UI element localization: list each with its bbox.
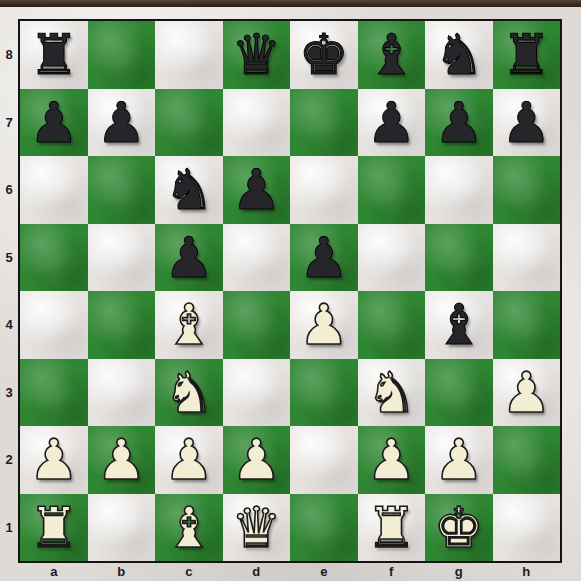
square-b1[interactable] <box>88 494 156 562</box>
square-e2[interactable] <box>290 426 358 494</box>
piece-white-pawn[interactable]: ♟ <box>434 426 484 494</box>
square-a3[interactable] <box>20 359 88 427</box>
file-label-f: f <box>358 562 426 581</box>
piece-white-queen[interactable]: ♛ <box>231 494 281 562</box>
square-e3[interactable] <box>290 359 358 427</box>
piece-black-rook[interactable]: ♜ <box>501 21 551 89</box>
file-label-h: h <box>493 562 561 581</box>
square-f3[interactable]: ♞ <box>358 359 426 427</box>
square-b2[interactable]: ♟ <box>88 426 156 494</box>
square-f8[interactable]: ♝ <box>358 21 426 89</box>
piece-black-knight[interactable]: ♞ <box>164 156 214 224</box>
square-a7[interactable]: ♟ <box>20 89 88 157</box>
board-frame: ♜♛♚♝♞♜♟♟♟♟♟♞♟♟♟♝♟♝♞♞♟♟♟♟♟♟♟♜♝♛♜♚ <box>18 19 562 563</box>
square-d4[interactable] <box>223 291 291 359</box>
square-g8[interactable]: ♞ <box>425 21 493 89</box>
square-d1[interactable]: ♛ <box>223 494 291 562</box>
rank-label-8: 8 <box>0 21 18 89</box>
piece-white-pawn[interactable]: ♟ <box>366 426 416 494</box>
square-f4[interactable] <box>358 291 426 359</box>
square-f6[interactable] <box>358 156 426 224</box>
chess-app-window: { "game": "chess", "position": { "fen": … <box>0 0 581 581</box>
square-c5[interactable]: ♟ <box>155 224 223 292</box>
file-labels: abcdefgh <box>20 562 560 581</box>
square-a8[interactable]: ♜ <box>20 21 88 89</box>
square-a5[interactable] <box>20 224 88 292</box>
piece-black-rook[interactable]: ♜ <box>29 21 79 89</box>
square-f2[interactable]: ♟ <box>358 426 426 494</box>
square-b3[interactable] <box>88 359 156 427</box>
square-g5[interactable] <box>425 224 493 292</box>
rank-label-1: 1 <box>0 494 18 562</box>
square-g2[interactable]: ♟ <box>425 426 493 494</box>
piece-white-bishop[interactable]: ♝ <box>164 494 214 562</box>
piece-black-pawn[interactable]: ♟ <box>96 89 146 157</box>
square-f5[interactable] <box>358 224 426 292</box>
file-label-a: a <box>20 562 88 581</box>
square-b4[interactable] <box>88 291 156 359</box>
square-c4[interactable]: ♝ <box>155 291 223 359</box>
square-c2[interactable]: ♟ <box>155 426 223 494</box>
piece-white-king[interactable]: ♚ <box>434 494 484 562</box>
piece-black-pawn[interactable]: ♟ <box>366 89 416 157</box>
file-label-c: c <box>155 562 223 581</box>
rank-labels: 87654321 <box>0 21 18 561</box>
square-a2[interactable]: ♟ <box>20 426 88 494</box>
rank-label-7: 7 <box>0 89 18 157</box>
rank-label-4: 4 <box>0 291 18 359</box>
square-a1[interactable]: ♜ <box>20 494 88 562</box>
rank-label-2: 2 <box>0 426 18 494</box>
piece-black-queen[interactable]: ♛ <box>231 21 281 89</box>
square-a4[interactable] <box>20 291 88 359</box>
square-b7[interactable]: ♟ <box>88 89 156 157</box>
square-e5[interactable]: ♟ <box>290 224 358 292</box>
square-d6[interactable]: ♟ <box>223 156 291 224</box>
piece-black-pawn[interactable]: ♟ <box>29 89 79 157</box>
square-f1[interactable]: ♜ <box>358 494 426 562</box>
square-a6[interactable] <box>20 156 88 224</box>
square-g1[interactable]: ♚ <box>425 494 493 562</box>
piece-white-knight[interactable]: ♞ <box>164 359 214 427</box>
piece-black-pawn[interactable]: ♟ <box>434 89 484 157</box>
piece-black-king[interactable]: ♚ <box>299 21 349 89</box>
piece-white-pawn[interactable]: ♟ <box>231 426 281 494</box>
square-b6[interactable] <box>88 156 156 224</box>
square-c8[interactable] <box>155 21 223 89</box>
square-h1[interactable] <box>493 494 561 562</box>
square-e7[interactable] <box>290 89 358 157</box>
file-label-g: g <box>425 562 493 581</box>
piece-black-bishop[interactable]: ♝ <box>366 21 416 89</box>
square-g7[interactable]: ♟ <box>425 89 493 157</box>
square-b8[interactable] <box>88 21 156 89</box>
square-g4[interactable]: ♝ <box>425 291 493 359</box>
square-g3[interactable] <box>425 359 493 427</box>
square-d3[interactable] <box>223 359 291 427</box>
square-d7[interactable] <box>223 89 291 157</box>
square-h2[interactable] <box>493 426 561 494</box>
square-c7[interactable] <box>155 89 223 157</box>
square-h6[interactable] <box>493 156 561 224</box>
square-h8[interactable]: ♜ <box>493 21 561 89</box>
rank-label-3: 3 <box>0 359 18 427</box>
piece-black-pawn[interactable]: ♟ <box>299 224 349 292</box>
piece-white-pawn[interactable]: ♟ <box>96 426 146 494</box>
file-label-d: d <box>223 562 291 581</box>
rank-label-5: 5 <box>0 224 18 292</box>
rank-label-6: 6 <box>0 156 18 224</box>
square-g6[interactable] <box>425 156 493 224</box>
window-top-strip <box>0 0 581 7</box>
square-h3[interactable]: ♟ <box>493 359 561 427</box>
square-d5[interactable] <box>223 224 291 292</box>
piece-white-rook[interactable]: ♜ <box>29 494 79 562</box>
square-f7[interactable]: ♟ <box>358 89 426 157</box>
square-h5[interactable] <box>493 224 561 292</box>
piece-black-pawn[interactable]: ♟ <box>231 156 281 224</box>
file-label-e: e <box>290 562 358 581</box>
file-label-b: b <box>88 562 156 581</box>
chess-board: ♜♛♚♝♞♜♟♟♟♟♟♞♟♟♟♝♟♝♞♞♟♟♟♟♟♟♟♜♝♛♜♚ <box>20 21 560 561</box>
square-h4[interactable] <box>493 291 561 359</box>
piece-black-pawn[interactable]: ♟ <box>501 89 551 157</box>
square-c1[interactable]: ♝ <box>155 494 223 562</box>
piece-white-pawn[interactable]: ♟ <box>501 359 551 427</box>
square-e6[interactable] <box>290 156 358 224</box>
piece-white-pawn[interactable]: ♟ <box>164 426 214 494</box>
piece-black-bishop[interactable]: ♝ <box>434 291 484 359</box>
piece-black-knight[interactable]: ♞ <box>434 21 484 89</box>
piece-white-pawn[interactable]: ♟ <box>29 426 79 494</box>
piece-white-bishop[interactable]: ♝ <box>164 291 214 359</box>
square-c6[interactable]: ♞ <box>155 156 223 224</box>
piece-white-knight[interactable]: ♞ <box>366 359 416 427</box>
square-d8[interactable]: ♛ <box>223 21 291 89</box>
square-c3[interactable]: ♞ <box>155 359 223 427</box>
piece-white-pawn[interactable]: ♟ <box>299 291 349 359</box>
square-b5[interactable] <box>88 224 156 292</box>
piece-black-pawn[interactable]: ♟ <box>164 224 214 292</box>
square-h7[interactable]: ♟ <box>493 89 561 157</box>
square-e4[interactable]: ♟ <box>290 291 358 359</box>
square-d2[interactable]: ♟ <box>223 426 291 494</box>
square-e8[interactable]: ♚ <box>290 21 358 89</box>
square-e1[interactable] <box>290 494 358 562</box>
piece-white-rook[interactable]: ♜ <box>366 494 416 562</box>
